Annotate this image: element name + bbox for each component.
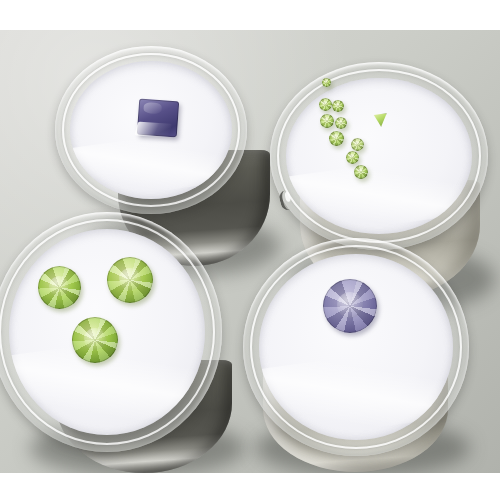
jar-foam-insert [286,78,472,234]
peridot [354,165,368,179]
white-frame-top [0,0,500,30]
violet-square-gem [137,99,179,138]
peridot [351,138,364,151]
peridot [107,257,153,303]
photo-background [0,30,500,473]
peridot [319,98,332,111]
peridot [322,78,331,87]
peridot [320,114,334,128]
peridot [346,151,359,164]
photo-of-gem-jars: { "scene": { "type": "photograph", "subj… [0,0,500,500]
peridot [38,266,81,309]
white-frame-bottom [0,473,500,500]
violet-round-gem [323,279,377,333]
peridot [332,100,344,112]
peridot [72,317,118,363]
peridot [329,131,344,146]
peridot [335,117,347,129]
